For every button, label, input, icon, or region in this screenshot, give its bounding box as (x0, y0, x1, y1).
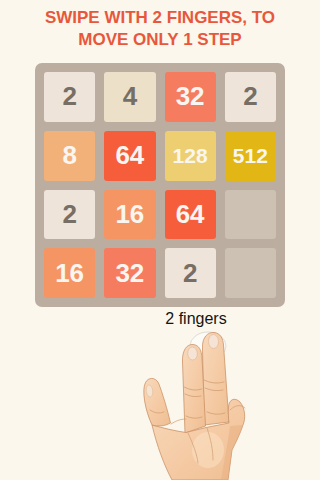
middle-fingernail (208, 334, 218, 348)
tile-64: 64 (165, 190, 216, 240)
tile-2: 2 (165, 248, 216, 298)
tile-32: 32 (104, 248, 155, 298)
hand-highlight (192, 432, 224, 468)
tutorial-title-line2: MOVE ONLY 1 STEP (0, 29, 320, 51)
tile-128: 128 (165, 131, 216, 181)
empty-cell (225, 190, 276, 240)
hand-illustration-svg (90, 330, 320, 480)
tile-16: 16 (104, 190, 155, 240)
two-fingers-label: 2 fingers (96, 310, 296, 328)
tile-8: 8 (44, 131, 95, 181)
empty-cell (225, 248, 276, 298)
tile-64: 64 (104, 131, 155, 181)
tile-512: 512 (225, 131, 276, 181)
two-finger-hand-illustration (90, 330, 320, 480)
tile-2: 2 (44, 72, 95, 122)
board-2048[interactable]: 243228641285122166416322 (35, 63, 285, 307)
tile-32: 32 (165, 72, 216, 122)
tile-16: 16 (44, 248, 95, 298)
tile-4: 4 (104, 72, 155, 122)
tile-2: 2 (44, 190, 95, 240)
tutorial-title-line1: SWIPE WITH 2 FINGERS, TO (0, 7, 320, 29)
tutorial-title: SWIPE WITH 2 FINGERS, TO MOVE ONLY 1 STE… (0, 7, 320, 51)
tile-2: 2 (225, 72, 276, 122)
